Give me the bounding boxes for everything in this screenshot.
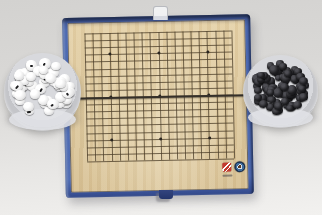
white-stone-bowl	[4, 53, 81, 131]
stone-mark	[30, 65, 33, 67]
maker-text-mark	[222, 174, 232, 176]
black-stone	[254, 87, 262, 94]
white-stone	[51, 62, 61, 71]
black-stone	[279, 63, 287, 69]
grid-line-h	[87, 158, 234, 162]
stone-mark	[66, 93, 69, 96]
star-point	[110, 138, 113, 141]
star-point	[208, 136, 211, 139]
white-stone	[14, 71, 23, 80]
white-stone	[14, 90, 26, 100]
white-stones-pile	[7, 56, 78, 128]
star-point	[159, 137, 162, 140]
brand-badge-icon	[234, 161, 245, 172]
black-stone	[293, 101, 302, 109]
black-stone	[259, 100, 268, 108]
white-stone	[26, 72, 37, 81]
black-stone	[267, 96, 275, 103]
photo-scene	[0, 0, 322, 215]
go-board-frame	[62, 14, 254, 198]
star-point	[206, 51, 209, 54]
white-stone	[39, 66, 48, 74]
white-stone	[55, 79, 66, 88]
stone-mark	[15, 85, 19, 89]
board-clasp-tab	[153, 6, 168, 20]
star-point	[108, 53, 111, 56]
board-latch-tab	[159, 190, 173, 199]
black-stone	[267, 89, 274, 96]
stone-mark	[51, 103, 54, 106]
black-stones-pile	[246, 58, 315, 125]
go-board-wood	[67, 19, 249, 193]
black-stone	[284, 70, 291, 77]
stone-mark	[43, 62, 46, 65]
maker-stamp-icon	[222, 162, 231, 171]
black-stone	[269, 65, 279, 75]
black-stone-bowl	[243, 55, 318, 128]
white-stone	[30, 89, 40, 98]
star-point	[157, 52, 160, 55]
black-stone	[299, 93, 308, 101]
white-stone	[23, 102, 33, 111]
black-stone	[281, 98, 288, 104]
stone-mark	[27, 111, 31, 114]
